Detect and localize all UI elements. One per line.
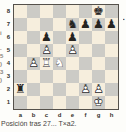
black-rook-icon: ♜ <box>14 83 27 96</box>
square-b6 <box>27 31 40 44</box>
square-c3 <box>40 70 53 83</box>
square-f4 <box>79 57 92 70</box>
square-f7: ♟ <box>79 18 92 31</box>
chess-board: ♚♞♟♟♟♟♟♟♙♟♙♟♙♜♖♞♘♜♟♙♟♙♚♔ <box>13 4 119 110</box>
white-pawn-icon: ♟♙ <box>66 44 79 57</box>
file-label-f: f <box>79 112 92 119</box>
square-a6 <box>14 31 27 44</box>
square-c1 <box>40 96 53 109</box>
square-e2 <box>66 83 79 96</box>
file-labels: abcdefgh <box>14 112 118 119</box>
square-h5 <box>105 44 118 57</box>
edge-text-fragment: ) <box>0 77 4 84</box>
square-h6 <box>105 31 118 44</box>
square-d6 <box>53 31 66 44</box>
square-b7 <box>27 18 40 31</box>
white-king-icon: ♚♔ <box>92 96 105 109</box>
square-f2: ♟♙ <box>79 83 92 96</box>
file-label-c: c <box>40 112 53 119</box>
square-d8 <box>53 5 66 18</box>
square-c4: ♜♖ <box>40 57 53 70</box>
square-h2 <box>105 83 118 96</box>
square-e4 <box>66 57 79 70</box>
file-label-d: d <box>53 112 66 119</box>
file-label-b: b <box>27 112 40 119</box>
edge-text-fragment: 3 <box>0 69 4 76</box>
white-pawn-icon: ♟♙ <box>27 57 40 70</box>
square-f6 <box>79 31 92 44</box>
square-d1 <box>53 96 66 109</box>
square-d4: ♞♘ <box>53 57 66 70</box>
square-d2 <box>53 83 66 96</box>
edge-text-fragment: ) <box>0 61 4 68</box>
caption: Posición tras 27... T×a2. <box>1 120 77 127</box>
square-b1 <box>27 96 40 109</box>
white-pawn-icon: ♟♙ <box>79 83 92 96</box>
square-h7: ♟ <box>105 18 118 31</box>
square-a7 <box>14 18 27 31</box>
square-c2 <box>40 83 53 96</box>
square-e5: ♟♙ <box>66 44 79 57</box>
square-e3 <box>66 70 79 83</box>
square-h1 <box>105 96 118 109</box>
black-pawn-icon: ♟ <box>105 18 118 31</box>
square-h4 <box>105 57 118 70</box>
square-d7 <box>53 18 66 31</box>
edge-text-fragment: i <box>0 30 4 37</box>
file-label-g: g <box>92 112 105 119</box>
square-a8 <box>14 5 27 18</box>
rank-label-1: 1 <box>0 96 10 109</box>
square-a5 <box>14 44 27 57</box>
square-g6 <box>92 31 105 44</box>
square-g5 <box>92 44 105 57</box>
edge-text-fragment: ▪ <box>123 17 126 22</box>
square-a1 <box>14 96 27 109</box>
file-label-a: a <box>14 112 27 119</box>
square-b3 <box>27 70 40 83</box>
square-f5 <box>79 44 92 57</box>
rank-label-2: 2 <box>0 83 10 96</box>
square-b8 <box>27 5 40 18</box>
square-a2: ♜ <box>14 83 27 96</box>
white-knight-icon: ♞♘ <box>53 57 66 70</box>
square-c8 <box>40 5 53 18</box>
edge-text-fragment: . <box>0 45 4 52</box>
square-g1: ♚♔ <box>92 96 105 109</box>
square-b2 <box>27 83 40 96</box>
square-h3 <box>105 70 118 83</box>
file-label-h: h <box>105 112 118 119</box>
black-pawn-icon: ♟ <box>92 18 105 31</box>
black-pawn-icon: ♟ <box>79 18 92 31</box>
square-g4 <box>92 57 105 70</box>
square-g7: ♟ <box>92 18 105 31</box>
white-rook-icon: ♜♖ <box>40 57 53 70</box>
edge-text-fragment: 5 <box>0 53 4 60</box>
square-b4: ♟♙ <box>27 57 40 70</box>
square-a4 <box>14 57 27 70</box>
square-e1 <box>66 96 79 109</box>
square-d3 <box>53 70 66 83</box>
rank-label-8: 8 <box>0 5 10 18</box>
square-f1 <box>79 96 92 109</box>
chess-diagram: 87654321 ♚♞♟♟♟♟♟♟♙♟♙♟♙♜♖♞♘♜♟♙♟♙♚♔ abcdef… <box>0 0 126 132</box>
file-label-e: e <box>66 112 79 119</box>
